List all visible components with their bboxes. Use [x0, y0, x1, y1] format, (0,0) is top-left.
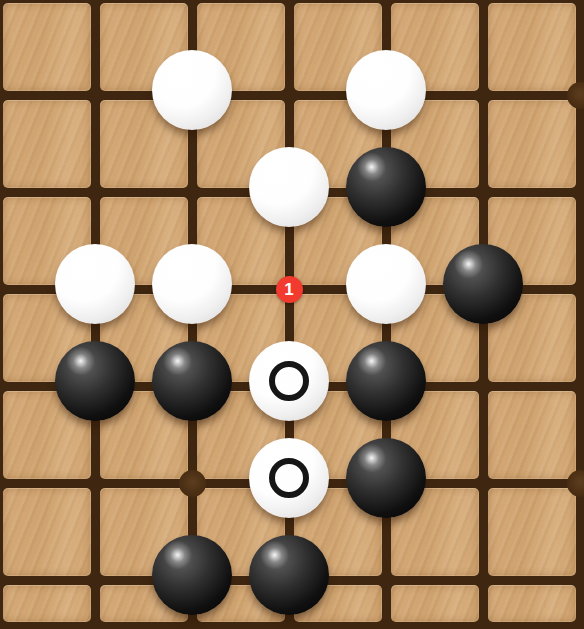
- board-tile: [488, 100, 576, 188]
- white-stone: [152, 50, 232, 130]
- circle-mark: [269, 458, 309, 498]
- black-stone: [249, 535, 329, 615]
- move-1-marker: 1: [276, 276, 303, 303]
- white-stone: [249, 341, 329, 421]
- board-tile: [3, 488, 91, 576]
- white-stone: [249, 147, 329, 227]
- black-stone: [152, 535, 232, 615]
- board-tile: [3, 100, 91, 188]
- go-board[interactable]: 1: [0, 0, 584, 629]
- black-stone: [152, 341, 232, 421]
- white-stone: [55, 244, 135, 324]
- black-stone: [443, 244, 523, 324]
- white-stone: [249, 438, 329, 518]
- black-stone: [55, 341, 135, 421]
- black-stone: [346, 438, 426, 518]
- board-tile: [488, 3, 576, 91]
- black-stone: [346, 341, 426, 421]
- star-point: [179, 470, 206, 497]
- board-tile: [3, 3, 91, 91]
- board-tile: [488, 488, 576, 576]
- white-stone: [346, 50, 426, 130]
- board-tile: [3, 585, 91, 623]
- board-tile: [488, 391, 576, 479]
- board-tile: [391, 585, 479, 623]
- circle-mark: [269, 361, 309, 401]
- white-stone: [152, 244, 232, 324]
- black-stone: [346, 147, 426, 227]
- board-tile: [488, 585, 576, 623]
- white-stone: [346, 244, 426, 324]
